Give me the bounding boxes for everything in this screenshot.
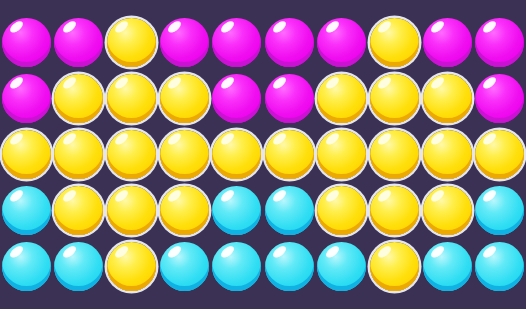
yellow-bubble[interactable] <box>54 186 103 235</box>
grid-cell <box>158 70 211 126</box>
grid-cell <box>368 70 421 126</box>
grid-cell <box>263 239 316 295</box>
grid-cell <box>421 239 474 295</box>
cyan-bubble[interactable] <box>317 242 366 291</box>
grid-cell <box>316 70 369 126</box>
grid-cell <box>210 70 263 126</box>
magenta-bubble[interactable] <box>160 18 209 67</box>
cyan-bubble[interactable] <box>212 186 261 235</box>
grid-cell <box>473 239 526 295</box>
game-stage <box>0 0 526 309</box>
grid-cell <box>368 126 421 182</box>
cyan-bubble[interactable] <box>475 242 524 291</box>
magenta-bubble[interactable] <box>423 18 472 67</box>
yellow-bubble[interactable] <box>2 130 51 179</box>
grid-cell <box>473 126 526 182</box>
grid-cell <box>53 14 106 70</box>
grid-cell <box>0 70 53 126</box>
yellow-bubble[interactable] <box>370 186 419 235</box>
yellow-bubble[interactable] <box>370 130 419 179</box>
magenta-bubble[interactable] <box>212 18 261 67</box>
cyan-bubble[interactable] <box>212 242 261 291</box>
yellow-bubble[interactable] <box>317 130 366 179</box>
grid-cell <box>316 183 369 239</box>
grid-cell <box>368 14 421 70</box>
yellow-bubble[interactable] <box>107 74 156 123</box>
grid-cell <box>263 14 316 70</box>
grid-cell <box>316 126 369 182</box>
yellow-bubble[interactable] <box>475 130 524 179</box>
cyan-bubble[interactable] <box>265 242 314 291</box>
grid-cell <box>105 239 158 295</box>
yellow-bubble[interactable] <box>423 130 472 179</box>
cyan-bubble[interactable] <box>265 186 314 235</box>
cyan-bubble[interactable] <box>475 186 524 235</box>
grid-cell <box>158 126 211 182</box>
magenta-bubble[interactable] <box>475 74 524 123</box>
yellow-bubble[interactable] <box>423 186 472 235</box>
grid-cell <box>316 14 369 70</box>
grid-cell <box>0 14 53 70</box>
grid-cell <box>105 183 158 239</box>
yellow-bubble[interactable] <box>107 130 156 179</box>
yellow-bubble[interactable] <box>317 74 366 123</box>
magenta-bubble[interactable] <box>2 74 51 123</box>
grid-cell <box>263 126 316 182</box>
yellow-bubble[interactable] <box>265 130 314 179</box>
yellow-bubble[interactable] <box>317 186 366 235</box>
cyan-bubble[interactable] <box>160 242 209 291</box>
grid-cell <box>421 183 474 239</box>
magenta-bubble[interactable] <box>212 74 261 123</box>
grid-cell <box>53 183 106 239</box>
yellow-bubble[interactable] <box>54 130 103 179</box>
grid-cell <box>421 126 474 182</box>
yellow-bubble[interactable] <box>212 130 261 179</box>
grid-cell <box>53 239 106 295</box>
yellow-bubble[interactable] <box>423 74 472 123</box>
magenta-bubble[interactable] <box>475 18 524 67</box>
magenta-bubble[interactable] <box>265 74 314 123</box>
yellow-bubble[interactable] <box>370 18 419 67</box>
grid-cell <box>473 14 526 70</box>
yellow-bubble[interactable] <box>54 74 103 123</box>
grid-cell <box>53 126 106 182</box>
grid-cell <box>0 183 53 239</box>
cyan-bubble[interactable] <box>54 242 103 291</box>
grid-cell <box>368 239 421 295</box>
grid-cell <box>105 14 158 70</box>
grid-cell <box>210 239 263 295</box>
magenta-bubble[interactable] <box>54 18 103 67</box>
grid-cell <box>473 70 526 126</box>
grid-cell <box>0 239 53 295</box>
cyan-bubble[interactable] <box>2 242 51 291</box>
cyan-bubble[interactable] <box>2 186 51 235</box>
grid-cell <box>105 126 158 182</box>
yellow-bubble[interactable] <box>370 242 419 291</box>
grid-cell <box>421 14 474 70</box>
grid-cell <box>158 183 211 239</box>
grid-cell <box>210 126 263 182</box>
yellow-bubble[interactable] <box>107 18 156 67</box>
grid-cell <box>368 183 421 239</box>
magenta-bubble[interactable] <box>2 18 51 67</box>
grid-cell <box>421 70 474 126</box>
yellow-bubble[interactable] <box>160 74 209 123</box>
grid-cell <box>263 183 316 239</box>
magenta-bubble[interactable] <box>317 18 366 67</box>
yellow-bubble[interactable] <box>370 74 419 123</box>
grid-cell <box>158 14 211 70</box>
grid-cell <box>263 70 316 126</box>
yellow-bubble[interactable] <box>160 186 209 235</box>
grid-cell <box>158 239 211 295</box>
grid-cell <box>473 183 526 239</box>
grid-cell <box>316 239 369 295</box>
grid-cell <box>53 70 106 126</box>
grid-cell <box>0 126 53 182</box>
magenta-bubble[interactable] <box>265 18 314 67</box>
yellow-bubble[interactable] <box>107 186 156 235</box>
yellow-bubble[interactable] <box>160 130 209 179</box>
grid-cell <box>210 183 263 239</box>
grid-cell <box>210 14 263 70</box>
yellow-bubble[interactable] <box>107 242 156 291</box>
cyan-bubble[interactable] <box>423 242 472 291</box>
grid-cell <box>105 70 158 126</box>
bubble-grid <box>0 0 526 309</box>
